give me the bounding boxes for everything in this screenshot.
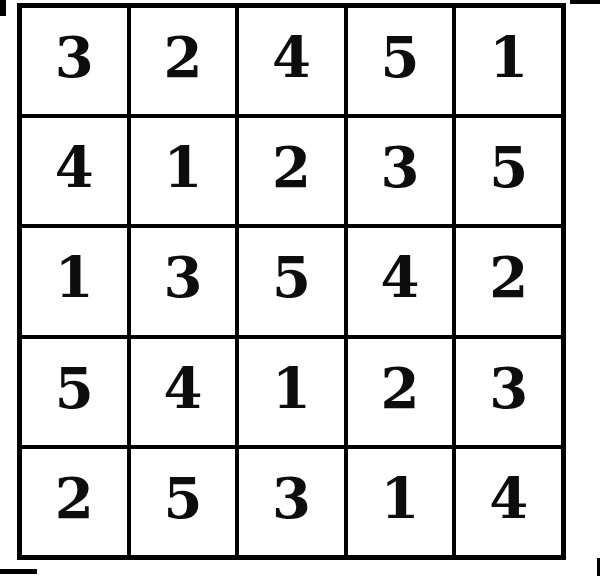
grid-cell-r1c2: 2 xyxy=(131,8,236,114)
grid-cell-r5c3: 3 xyxy=(239,449,344,555)
grid-cell-r4c4: 2 xyxy=(348,339,453,445)
grid-cell-r4c1: 5 xyxy=(22,339,127,445)
scan-artifact-top-right xyxy=(570,0,600,4)
scan-artifact-top-left xyxy=(0,0,6,16)
grid-cell-r4c3: 1 xyxy=(239,339,344,445)
grid-cell-r2c3: 2 xyxy=(239,118,344,224)
grid-cell-r1c4: 5 xyxy=(348,8,453,114)
grid-cell-r1c5: 1 xyxy=(456,8,561,114)
grid-cell-r1c3: 4 xyxy=(239,8,344,114)
grid-cell-r3c4: 4 xyxy=(348,228,453,334)
grid-cell-r2c5: 5 xyxy=(456,118,561,224)
grid-cell-r5c2: 5 xyxy=(131,449,236,555)
grid-cell-r5c1: 2 xyxy=(22,449,127,555)
grid-cell-r3c1: 1 xyxy=(22,228,127,334)
grid-cell-r3c3: 5 xyxy=(239,228,344,334)
grid-cell-r4c5: 3 xyxy=(456,339,561,445)
scan-artifact-bottom-left xyxy=(0,569,37,574)
grid-cell-r2c1: 4 xyxy=(22,118,127,224)
grid-cell-r3c5: 2 xyxy=(456,228,561,334)
grid-cell-r4c2: 4 xyxy=(131,339,236,445)
grid-cell-r2c2: 1 xyxy=(131,118,236,224)
grid-cell-r3c2: 3 xyxy=(131,228,236,334)
grid-cell-r5c5: 4 xyxy=(456,449,561,555)
grid-cell-r1c1: 3 xyxy=(22,8,127,114)
puzzle-grid: 3245141235135425412325314 xyxy=(17,3,566,560)
grid-cell-r2c4: 3 xyxy=(348,118,453,224)
grid-cell-r5c4: 1 xyxy=(348,449,453,555)
